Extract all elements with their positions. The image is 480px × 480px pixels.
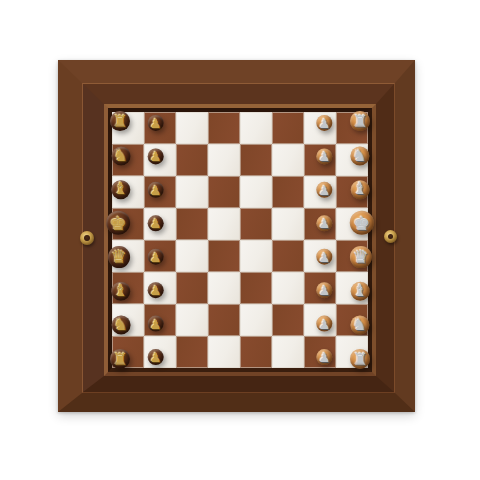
king-glyph-icon: ♚ xyxy=(106,211,130,235)
square-b2[interactable]: ♟ xyxy=(144,304,176,336)
chess-table: ♜♟♟♜♞♟♟♞♝♟♟♝♚♟♟♚♛♟♟♛♝♟♟♝♞♟♟♞♜♟♟♜ xyxy=(58,60,415,412)
right-latch-ring-hole-icon xyxy=(388,234,393,239)
pawn-glyph-icon: ♟ xyxy=(316,148,332,164)
square-c2[interactable]: ♟ xyxy=(144,272,176,304)
piece-white-pawn[interactable]: ♟ xyxy=(148,316,164,332)
piece-white-queen[interactable]: ♛ xyxy=(108,246,130,268)
rook-glyph-icon: ♜ xyxy=(350,349,370,369)
square-d8[interactable]: ♛ xyxy=(336,240,368,272)
square-e5[interactable] xyxy=(240,208,272,240)
square-c5[interactable] xyxy=(240,272,272,304)
piece-black-knight[interactable]: ♞ xyxy=(350,146,369,165)
square-a7[interactable]: ♟ xyxy=(304,336,336,368)
piece-black-king[interactable]: ♚ xyxy=(350,211,374,235)
square-b8[interactable]: ♞ xyxy=(336,304,368,336)
piece-black-pawn[interactable]: ♟ xyxy=(316,282,332,298)
square-e8[interactable]: ♚ xyxy=(336,208,368,240)
square-d2[interactable]: ♟ xyxy=(144,240,176,272)
square-d7[interactable]: ♟ xyxy=(304,240,336,272)
bishop-glyph-icon: ♝ xyxy=(111,180,130,199)
piece-white-pawn[interactable]: ♟ xyxy=(148,115,164,131)
frame-molding: ♜♟♟♜♞♟♟♞♝♟♟♝♚♟♟♚♛♟♟♛♝♟♟♝♞♟♟♞♜♟♟♜ xyxy=(104,104,376,376)
pawn-glyph-icon: ♟ xyxy=(316,249,332,265)
piece-black-knight[interactable]: ♞ xyxy=(350,315,369,334)
square-a5[interactable] xyxy=(240,336,272,368)
piece-black-pawn[interactable]: ♟ xyxy=(316,115,332,131)
square-a3[interactable] xyxy=(176,336,208,368)
square-c4[interactable] xyxy=(208,272,240,304)
piece-black-bishop[interactable]: ♝ xyxy=(350,180,369,199)
left-latch-ring-hole-icon xyxy=(84,235,90,241)
piece-white-bishop[interactable]: ♝ xyxy=(111,281,130,300)
piece-white-knight[interactable]: ♞ xyxy=(111,315,130,334)
piece-white-knight[interactable]: ♞ xyxy=(111,146,130,165)
square-a4[interactable] xyxy=(208,336,240,368)
piece-white-pawn[interactable]: ♟ xyxy=(148,349,164,365)
square-h3[interactable] xyxy=(176,112,208,144)
square-d4[interactable] xyxy=(208,240,240,272)
square-f5[interactable] xyxy=(240,176,272,208)
square-c6[interactable] xyxy=(272,272,304,304)
square-a1[interactable]: ♜ xyxy=(112,336,144,368)
square-d3[interactable] xyxy=(176,240,208,272)
piece-black-rook[interactable]: ♜ xyxy=(350,349,370,369)
piece-black-pawn[interactable]: ♟ xyxy=(316,182,332,198)
bishop-glyph-icon: ♝ xyxy=(350,281,369,300)
right-frame-latch-knob[interactable] xyxy=(384,230,397,243)
frame-panel: ♜♟♟♜♞♟♟♞♝♟♟♝♚♟♟♚♛♟♟♛♝♟♟♝♞♟♟♞♜♟♟♜ xyxy=(83,84,394,392)
frame-inner-shadow: ♜♟♟♜♞♟♟♞♝♟♟♝♚♟♟♚♛♟♟♛♝♟♟♝♞♟♟♞♜♟♟♜ xyxy=(108,108,372,372)
piece-white-king[interactable]: ♚ xyxy=(106,211,130,235)
square-d1[interactable]: ♛ xyxy=(112,240,144,272)
square-h2[interactable]: ♟ xyxy=(144,112,176,144)
square-e7[interactable]: ♟ xyxy=(304,208,336,240)
piece-black-pawn[interactable]: ♟ xyxy=(316,215,332,231)
queen-glyph-icon: ♛ xyxy=(350,246,372,268)
piece-white-rook[interactable]: ♜ xyxy=(110,111,130,131)
frame-seam: ♜♟♟♜♞♟♟♞♝♟♟♝♚♟♟♚♛♟♟♛♝♟♟♝♞♟♟♞♜♟♟♜ xyxy=(82,83,395,393)
square-g2[interactable]: ♟ xyxy=(144,144,176,176)
pawn-glyph-icon: ♟ xyxy=(148,115,164,131)
pawn-glyph-icon: ♟ xyxy=(316,349,332,365)
square-c1[interactable]: ♝ xyxy=(112,272,144,304)
square-a2[interactable]: ♟ xyxy=(144,336,176,368)
piece-black-pawn[interactable]: ♟ xyxy=(316,249,332,265)
bishop-glyph-icon: ♝ xyxy=(350,180,369,199)
piece-white-pawn[interactable]: ♟ xyxy=(148,282,164,298)
square-g6[interactable] xyxy=(272,144,304,176)
square-f7[interactable]: ♟ xyxy=(304,176,336,208)
square-h6[interactable] xyxy=(272,112,304,144)
square-h1[interactable]: ♜ xyxy=(112,112,144,144)
square-g5[interactable] xyxy=(240,144,272,176)
pawn-glyph-icon: ♟ xyxy=(148,316,164,332)
pawn-glyph-icon: ♟ xyxy=(148,215,164,231)
square-b5[interactable] xyxy=(240,304,272,336)
square-f2[interactable]: ♟ xyxy=(144,176,176,208)
rook-glyph-icon: ♜ xyxy=(110,111,130,131)
piece-white-rook[interactable]: ♜ xyxy=(110,349,130,369)
square-b1[interactable]: ♞ xyxy=(112,304,144,336)
square-h4[interactable] xyxy=(208,112,240,144)
piece-black-queen[interactable]: ♛ xyxy=(350,246,372,268)
left-frame-latch-knob[interactable] xyxy=(80,231,94,245)
square-g4[interactable] xyxy=(208,144,240,176)
square-e4[interactable] xyxy=(208,208,240,240)
bishop-glyph-icon: ♝ xyxy=(111,281,130,300)
square-b7[interactable]: ♟ xyxy=(304,304,336,336)
square-e1[interactable]: ♚ xyxy=(112,208,144,240)
square-f4[interactable] xyxy=(208,176,240,208)
square-d6[interactable] xyxy=(272,240,304,272)
square-f1[interactable]: ♝ xyxy=(112,176,144,208)
pawn-glyph-icon: ♟ xyxy=(148,249,164,265)
knight-glyph-icon: ♞ xyxy=(350,315,369,334)
square-h7[interactable]: ♟ xyxy=(304,112,336,144)
pawn-glyph-icon: ♟ xyxy=(316,182,332,198)
frame-outer-rim: ♜♟♟♜♞♟♟♞♝♟♟♝♚♟♟♚♛♟♟♛♝♟♟♝♞♟♟♞♜♟♟♜ xyxy=(58,60,415,412)
piece-white-bishop[interactable]: ♝ xyxy=(111,180,130,199)
square-f8[interactable]: ♝ xyxy=(336,176,368,208)
square-g1[interactable]: ♞ xyxy=(112,144,144,176)
pawn-glyph-icon: ♟ xyxy=(148,148,164,164)
rook-glyph-icon: ♜ xyxy=(350,111,370,131)
piece-white-pawn[interactable]: ♟ xyxy=(148,148,164,164)
square-f3[interactable] xyxy=(176,176,208,208)
piece-black-bishop[interactable]: ♝ xyxy=(350,281,369,300)
square-b6[interactable] xyxy=(272,304,304,336)
square-b3[interactable] xyxy=(176,304,208,336)
piece-white-pawn[interactable]: ♟ xyxy=(148,215,164,231)
square-e3[interactable] xyxy=(176,208,208,240)
photo-background: ♜♟♟♜♞♟♟♞♝♟♟♝♚♟♟♚♛♟♟♛♝♟♟♝♞♟♟♞♜♟♟♜ xyxy=(0,0,480,480)
pawn-glyph-icon: ♟ xyxy=(148,349,164,365)
chess-board: ♜♟♟♜♞♟♟♞♝♟♟♝♚♟♟♚♛♟♟♛♝♟♟♝♞♟♟♞♜♟♟♜ xyxy=(112,112,368,368)
square-h5[interactable] xyxy=(240,112,272,144)
square-f6[interactable] xyxy=(272,176,304,208)
pawn-glyph-icon: ♟ xyxy=(316,282,332,298)
square-a8[interactable]: ♜ xyxy=(336,336,368,368)
piece-black-pawn[interactable]: ♟ xyxy=(316,316,332,332)
square-e6[interactable] xyxy=(272,208,304,240)
piece-white-pawn[interactable]: ♟ xyxy=(148,182,164,198)
knight-glyph-icon: ♞ xyxy=(111,146,130,165)
knight-glyph-icon: ♞ xyxy=(111,315,130,334)
square-a6[interactable] xyxy=(272,336,304,368)
square-b4[interactable] xyxy=(208,304,240,336)
piece-black-pawn[interactable]: ♟ xyxy=(316,148,332,164)
square-e2[interactable]: ♟ xyxy=(144,208,176,240)
pawn-glyph-icon: ♟ xyxy=(316,215,332,231)
square-g3[interactable] xyxy=(176,144,208,176)
piece-black-pawn[interactable]: ♟ xyxy=(316,349,332,365)
square-d5[interactable] xyxy=(240,240,272,272)
piece-white-pawn[interactable]: ♟ xyxy=(148,249,164,265)
rook-glyph-icon: ♜ xyxy=(110,349,130,369)
square-c7[interactable]: ♟ xyxy=(304,272,336,304)
square-c3[interactable] xyxy=(176,272,208,304)
queen-glyph-icon: ♛ xyxy=(108,246,130,268)
knight-glyph-icon: ♞ xyxy=(350,146,369,165)
piece-black-rook[interactable]: ♜ xyxy=(350,111,370,131)
pawn-glyph-icon: ♟ xyxy=(148,282,164,298)
pawn-glyph-icon: ♟ xyxy=(148,182,164,198)
square-g7[interactable]: ♟ xyxy=(304,144,336,176)
pawn-glyph-icon: ♟ xyxy=(316,115,332,131)
square-c8[interactable]: ♝ xyxy=(336,272,368,304)
king-glyph-icon: ♚ xyxy=(350,211,374,235)
square-h8[interactable]: ♜ xyxy=(336,112,368,144)
square-g8[interactable]: ♞ xyxy=(336,144,368,176)
pawn-glyph-icon: ♟ xyxy=(316,316,332,332)
